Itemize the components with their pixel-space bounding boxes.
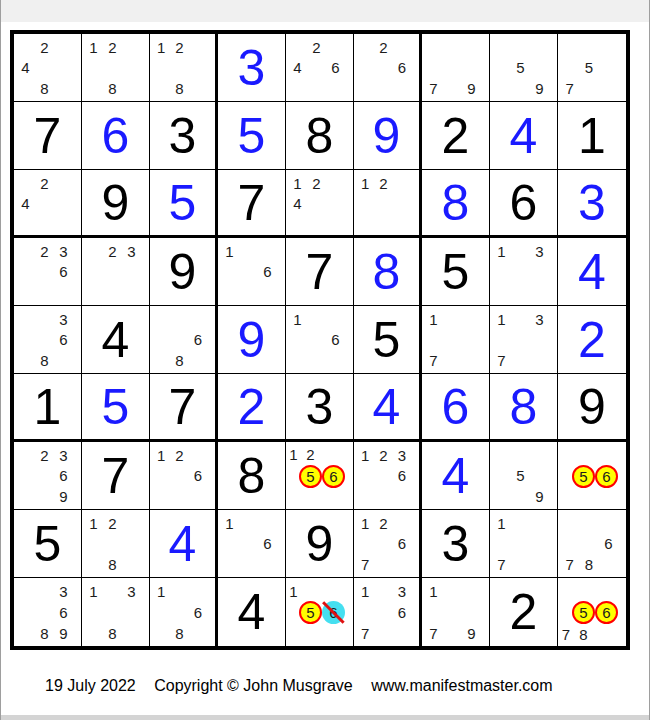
sudoku-board: 2481281283246267959577635892412495712412… [10,30,630,650]
cell-r5c5[interactable]: 16 [286,306,354,374]
solved-digit: 9 [218,306,285,373]
candidate-2: 2 [307,37,326,58]
cell-r6c3[interactable]: 7 [150,374,218,442]
candidate-grid: 2369 [14,442,81,509]
solved-digit: 6 [422,374,489,439]
cell-r3c4[interactable]: 7 [218,170,286,238]
candidate-5-highlighted: 5 [572,601,595,624]
candidate-8: 8 [103,78,122,99]
candidate-1: 1 [152,445,170,466]
candidate-6: 6 [393,58,411,79]
candidate-3: 3 [54,241,73,262]
cell-r4c8[interactable]: 13 [490,238,558,306]
candidate-5-highlighted: 5 [299,601,322,624]
candidate-2: 2 [374,445,392,466]
cell-r5c8[interactable]: 137 [490,306,558,374]
candidate-1: 1 [424,581,443,602]
solved-digit: 8 [354,238,419,305]
candidate-8: 8 [35,350,54,371]
solved-digit: 2 [558,306,626,373]
candidate-grid: 68 [150,306,215,373]
given-digit: 9 [150,238,215,305]
candidate-4: 4 [288,58,307,79]
candidate-5: 5 [511,466,530,487]
given-digit: 4 [82,306,149,373]
cell-r6c6[interactable]: 4 [354,374,422,442]
cell-r8c1[interactable]: 5 [14,510,82,578]
bottom-band [1,715,649,720]
candidate-3: 3 [122,581,141,602]
given-digit: 7 [82,442,149,509]
solved-digit: 4 [558,238,626,305]
candidate-grid: 124 [286,170,353,235]
solved-digit: 8 [490,374,557,439]
candidate-grid: 13 [490,238,557,305]
candidate-1: 1 [152,37,170,58]
cell-r1c8[interactable]: 59 [490,34,558,102]
candidate-9: 9 [462,78,481,99]
solved-digit: 5 [82,374,149,439]
cell-r3c6[interactable]: 12 [354,170,422,238]
candidate-1: 1 [356,445,374,466]
candidate-7: 7 [424,623,443,644]
candidate-grid: 16 [218,510,285,577]
candidate-grid: 168 [150,578,215,646]
candidate-2: 2 [299,445,322,465]
cell-r4c2[interactable]: 23 [82,238,150,306]
cell-r5c9[interactable]: 2 [558,306,626,374]
candidate-grid: 3689 [14,578,81,646]
cell-r1c3[interactable]: 128 [150,34,218,102]
candidate-5: 5 [511,58,530,79]
candidate-1: 1 [356,581,374,602]
candidate-grid: 248 [14,34,81,101]
candidate-9: 9 [54,486,73,507]
cell-r7c5[interactable]: 1256 [286,442,354,510]
cell-r7c9[interactable]: 56 [558,442,626,510]
candidate-grid: 156 [286,578,353,646]
cell-r4c9[interactable]: 4 [558,238,626,306]
given-digit: 5 [14,510,81,577]
given-digit: 8 [218,442,285,509]
candidate-grid: 12 [354,170,419,235]
candidate-grid: 128 [82,510,149,577]
given-digit: 9 [82,170,149,235]
candidate-6: 6 [393,534,411,555]
given-digit: 9 [558,374,626,439]
candidate-8: 8 [170,78,188,99]
candidate-grid: 126 [150,442,215,509]
candidate-1: 1 [356,513,374,534]
candidate-grid: 17 [422,306,489,373]
candidate-7: 7 [560,554,579,575]
candidate-grid: 59 [490,442,557,509]
given-digit: 1 [14,374,81,439]
candidate-8: 8 [103,554,122,575]
candidate-8: 8 [579,554,598,575]
solved-digit: 3 [558,170,626,235]
candidate-5-highlighted: 5 [572,465,595,488]
candidate-2: 2 [374,37,392,58]
candidate-9: 9 [530,78,549,99]
candidate-2: 2 [35,173,54,193]
candidate-1: 1 [288,173,307,193]
candidate-1: 1 [356,173,374,193]
given-digit: 2 [422,102,489,169]
cell-r9c8[interactable]: 2 [490,578,558,646]
candidate-6: 6 [189,466,207,487]
cell-r4c4[interactable]: 16 [218,238,286,306]
cell-r7c7[interactable]: 4 [422,442,490,510]
candidate-7: 7 [560,624,572,644]
candidate-grid: 137 [490,306,557,373]
candidate-3: 3 [54,581,73,602]
candidate-7: 7 [492,350,511,371]
candidate-grid: 16 [286,306,353,373]
given-digit: 5 [354,306,419,373]
window-left-edge [0,0,1,720]
candidate-grid: 5678 [558,578,626,646]
candidate-grid: 179 [422,578,489,646]
footer-date: 19 July 2022 [45,677,136,694]
cell-r3c8[interactable]: 6 [490,170,558,238]
cell-r4c6[interactable]: 8 [354,238,422,306]
cell-r4c7[interactable]: 5 [422,238,490,306]
cell-r6c7[interactable]: 6 [422,374,490,442]
candidate-5: 5 [579,58,598,79]
candidate-6-highlighted: 6 [322,465,345,488]
cell-r5c2[interactable]: 4 [82,306,150,374]
cell-r3c3[interactable]: 5 [150,170,218,238]
given-digit: 7 [150,374,215,439]
candidate-grid: 138 [82,578,149,646]
candidate-grid: 1256 [286,442,353,509]
cell-r2c8[interactable]: 4 [490,102,558,170]
cell-r6c2[interactable]: 5 [82,374,150,442]
cell-r5c1[interactable]: 368 [14,306,82,374]
candidate-2: 2 [35,37,54,58]
candidate-grid: 59 [490,34,557,101]
cell-r9c7[interactable]: 179 [422,578,490,646]
cell-r5c4[interactable]: 9 [218,306,286,374]
candidate-3: 3 [393,445,411,466]
given-digit: 3 [422,510,489,577]
given-digit: 2 [490,578,557,646]
cell-r8c9[interactable]: 678 [558,510,626,578]
candidate-5-highlighted: 5 [299,465,322,488]
cell-r4c3[interactable]: 9 [150,238,218,306]
candidate-6: 6 [258,262,277,283]
footer-website: www.manifestmaster.com [371,677,552,694]
candidate-6: 6 [54,602,73,623]
cell-r3c9[interactable]: 3 [558,170,626,238]
cell-r6c9[interactable]: 9 [558,374,626,442]
candidate-6: 6 [258,534,277,555]
candidate-4: 4 [16,193,35,213]
cell-r2c6[interactable]: 9 [354,102,422,170]
cell-r6c5[interactable]: 3 [286,374,354,442]
candidate-grid: 17 [490,510,557,577]
footer: 19 July 2022 Copyright © John Musgrave w… [45,677,567,695]
candidate-2: 2 [307,173,326,193]
cell-r5c7[interactable]: 17 [422,306,490,374]
candidate-grid: 23 [82,238,149,305]
candidate-7: 7 [424,78,443,99]
footer-copyright: Copyright © John Musgrave [154,677,353,694]
cell-r7c2[interactable]: 7 [82,442,150,510]
solved-digit: 4 [150,510,215,577]
cell-r1c5[interactable]: 246 [286,34,354,102]
candidate-2: 2 [103,513,122,534]
candidate-6-highlighted: 6 [595,601,618,624]
candidate-8: 8 [35,623,54,644]
candidate-2: 2 [103,37,122,58]
candidate-grid: 368 [14,306,81,373]
candidate-6: 6 [326,58,345,79]
cell-r8c6[interactable]: 1267 [354,510,422,578]
solved-digit: 9 [354,102,419,169]
candidate-6: 6 [54,466,73,487]
cell-r9c2[interactable]: 138 [82,578,150,646]
candidate-6: 6 [54,330,73,351]
cell-r6c1[interactable]: 1 [14,374,82,442]
cell-r2c2[interactable]: 6 [82,102,150,170]
given-digit: 7 [218,170,285,235]
candidate-8: 8 [170,623,188,644]
candidate-9: 9 [462,623,481,644]
top-band [1,0,649,22]
cell-r8c8[interactable]: 17 [490,510,558,578]
cell-r5c3[interactable]: 68 [150,306,218,374]
solved-digit: 4 [422,442,489,509]
cell-r9c9[interactable]: 5678 [558,578,626,646]
solved-digit: 4 [354,374,419,439]
candidate-2: 2 [374,173,392,193]
cell-r9c4[interactable]: 4 [218,578,286,646]
candidate-1: 1 [84,37,103,58]
candidate-7: 7 [356,623,374,644]
candidate-2: 2 [35,241,54,262]
cell-r9c1[interactable]: 3689 [14,578,82,646]
candidate-6: 6 [393,602,411,623]
given-digit: 3 [150,102,215,169]
cell-r3c7[interactable]: 8 [422,170,490,238]
candidate-1: 1 [84,513,103,534]
solved-digit: 4 [490,102,557,169]
candidate-grid: 236 [14,238,81,305]
cell-r3c5[interactable]: 124 [286,170,354,238]
candidate-grid: 1367 [354,578,419,646]
candidate-grid: 128 [82,34,149,101]
cell-r3c1[interactable]: 24 [14,170,82,238]
candidate-grid: 1236 [354,442,419,509]
candidate-7: 7 [560,78,579,99]
given-digit: 6 [490,170,557,235]
candidate-3: 3 [122,241,141,262]
cell-r8c7[interactable]: 3 [422,510,490,578]
cell-r1c9[interactable]: 57 [558,34,626,102]
cell-r4c5[interactable]: 7 [286,238,354,306]
cell-r2c5[interactable]: 8 [286,102,354,170]
candidate-grid: 57 [558,34,626,101]
cell-r3c2[interactable]: 9 [82,170,150,238]
candidate-1: 1 [288,309,307,330]
candidate-6-highlighted: 6 [595,465,618,488]
solved-digit: 3 [218,34,285,101]
cell-r5c6[interactable]: 5 [354,306,422,374]
candidate-6: 6 [326,330,345,351]
candidate-9: 9 [54,623,73,644]
cell-r8c5[interactable]: 9 [286,510,354,578]
candidate-8: 8 [35,78,54,99]
cell-r7c4[interactable]: 8 [218,442,286,510]
candidate-1: 1 [152,581,170,602]
cell-r4c1[interactable]: 236 [14,238,82,306]
cell-r9c5[interactable]: 156 [286,578,354,646]
cell-r2c4[interactable]: 5 [218,102,286,170]
given-digit: 4 [218,578,285,646]
candidate-2: 2 [170,37,188,58]
cell-r2c7[interactable]: 2 [422,102,490,170]
candidate-grid: 16 [218,238,285,305]
cell-r8c4[interactable]: 16 [218,510,286,578]
cell-r9c6[interactable]: 1367 [354,578,422,646]
candidate-6-eliminated: 6 [322,601,345,624]
candidate-8: 8 [103,623,122,644]
cell-r2c1[interactable]: 7 [14,102,82,170]
cell-r1c2[interactable]: 128 [82,34,150,102]
cell-r2c9[interactable]: 1 [558,102,626,170]
candidate-3: 3 [530,241,549,262]
candidate-1: 1 [220,241,239,262]
candidate-2: 2 [35,445,54,466]
cell-r1c6[interactable]: 26 [354,34,422,102]
cell-r2c3[interactable]: 3 [150,102,218,170]
candidate-grid: 128 [150,34,215,101]
cell-r6c4[interactable]: 2 [218,374,286,442]
candidate-1: 1 [288,581,299,601]
given-digit: 3 [286,374,353,439]
cell-r6c8[interactable]: 8 [490,374,558,442]
solved-digit: 8 [422,170,489,235]
candidate-2: 2 [103,241,122,262]
candidate-grid: 56 [558,442,626,509]
cell-r8c3[interactable]: 4 [150,510,218,578]
solved-digit: 5 [218,102,285,169]
given-digit: 8 [286,102,353,169]
given-digit: 1 [558,102,626,169]
candidate-6: 6 [393,466,411,487]
cell-r1c1[interactable]: 248 [14,34,82,102]
candidate-2: 2 [374,513,392,534]
cell-r9c3[interactable]: 168 [150,578,218,646]
candidate-grid: 26 [354,34,419,101]
candidate-4: 4 [288,193,307,213]
candidate-6: 6 [189,330,207,351]
cell-r8c2[interactable]: 128 [82,510,150,578]
cell-r7c3[interactable]: 126 [150,442,218,510]
candidate-6: 6 [599,534,618,555]
solved-digit: 2 [218,374,285,439]
candidate-grid: 246 [286,34,353,101]
cell-r1c7[interactable]: 79 [422,34,490,102]
candidate-grid: 1267 [354,510,419,577]
candidate-9: 9 [530,486,549,507]
candidate-7: 7 [424,350,443,371]
candidate-8: 8 [170,350,188,371]
cell-r1c4[interactable]: 3 [218,34,286,102]
candidate-grid: 24 [14,170,81,235]
candidate-8: 8 [572,624,595,644]
candidate-grid: 79 [422,34,489,101]
candidate-1: 1 [84,581,103,602]
solved-digit: 6 [82,102,149,169]
candidate-4: 4 [16,58,35,79]
candidate-1: 1 [492,309,511,330]
candidate-2: 2 [170,445,188,466]
candidate-grid: 678 [558,510,626,577]
candidate-1: 1 [492,241,511,262]
solved-digit: 5 [150,170,215,235]
cell-r7c6[interactable]: 1236 [354,442,422,510]
candidate-3: 3 [393,581,411,602]
candidate-1: 1 [288,445,299,465]
candidate-3: 3 [54,309,73,330]
candidate-3: 3 [530,309,549,330]
given-digit: 9 [286,510,353,577]
candidate-1: 1 [492,513,511,534]
candidate-3: 3 [54,445,73,466]
candidate-6: 6 [54,262,73,283]
cell-r7c8[interactable]: 59 [490,442,558,510]
candidate-7: 7 [492,554,511,575]
given-digit: 5 [422,238,489,305]
candidate-7: 7 [356,554,374,575]
candidate-1: 1 [220,513,239,534]
cell-r7c1[interactable]: 2369 [14,442,82,510]
given-digit: 7 [286,238,353,305]
candidate-6: 6 [189,602,207,623]
given-digit: 7 [14,102,81,169]
candidate-1: 1 [424,309,443,330]
